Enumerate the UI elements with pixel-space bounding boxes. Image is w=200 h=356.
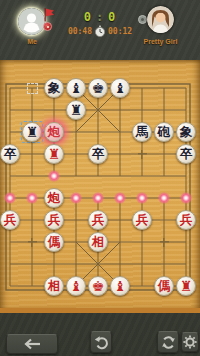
piece-glyph: ♚	[89, 79, 107, 97]
piece-glyph: ♜	[23, 123, 41, 141]
girl-portrait	[147, 6, 174, 33]
piece-glyph: 炮	[45, 189, 63, 207]
piece-glyph: 象	[45, 79, 63, 97]
back-button[interactable]	[6, 334, 58, 354]
player-opponent-avatar[interactable]	[147, 6, 174, 33]
piece-red-soldier[interactable]: 兵	[176, 210, 196, 230]
rotate-icon	[161, 335, 176, 350]
piece-glyph: ♚	[89, 277, 107, 295]
piece-glyph: 傌	[155, 277, 173, 295]
match-score: 0:0	[60, 10, 140, 24]
player-me-name: Me	[2, 38, 62, 45]
piece-red-advisor[interactable]: ♝	[66, 276, 86, 296]
piece-glyph: 兵	[89, 211, 107, 229]
piece-glyph: ♜	[45, 145, 63, 163]
app-screen: Me 0:0 00:48 00:12 Pretty Girl	[0, 0, 200, 356]
piece-glyph: ♝	[67, 277, 85, 295]
arrow-left-icon	[21, 338, 43, 350]
piece-glyph: ♜	[177, 277, 195, 295]
piece-glyph: 馬	[133, 123, 151, 141]
piece-glyph: 兵	[45, 211, 63, 229]
piece-glyph: 砲	[155, 123, 173, 141]
timer-left: 00:48	[68, 27, 92, 36]
piece-black-elephant[interactable]: 象	[44, 78, 64, 98]
piece-red-elephant[interactable]: 相	[44, 276, 64, 296]
piece-red-soldier[interactable]: 兵	[44, 210, 64, 230]
player-me-avatar[interactable]	[18, 8, 45, 35]
piece-glyph: ♝	[111, 277, 129, 295]
point-marker-icon	[160, 238, 169, 247]
xiangqi-board[interactable]	[0, 60, 200, 313]
piece-red-advisor[interactable]: ♝	[110, 276, 130, 296]
undo-icon	[94, 335, 109, 350]
piece-glyph: ♝	[67, 79, 85, 97]
piece-red-horse[interactable]: 傌	[154, 276, 174, 296]
piece-glyph: 相	[89, 233, 107, 251]
legal-move-dot[interactable]	[114, 192, 126, 204]
piece-black-elephant[interactable]: 象	[176, 122, 196, 142]
piece-glyph: 兵	[177, 211, 195, 229]
gear-icon	[183, 335, 197, 349]
piece-glyph: 兵	[1, 211, 19, 229]
piece-glyph: 卒	[89, 145, 107, 163]
legal-move-dot[interactable]	[180, 192, 192, 204]
piece-black-cannon[interactable]: 砲	[154, 122, 174, 142]
piece-glyph: ♜	[67, 101, 85, 119]
piece-red-horse[interactable]: 傌	[44, 232, 64, 252]
legal-move-dot[interactable]	[92, 192, 104, 204]
piece-glyph: 傌	[45, 233, 63, 251]
score-right: 0	[108, 10, 116, 24]
timers: 00:48 00:12	[50, 25, 150, 37]
piece-red-king[interactable]: ♚	[88, 276, 108, 296]
piece-red-soldier[interactable]: 兵	[88, 210, 108, 230]
piece-glyph: 相	[45, 277, 63, 295]
piece-black-soldier[interactable]: 卒	[88, 144, 108, 164]
player-opponent-name: Pretty Girl	[128, 38, 193, 45]
piece-red-chariot[interactable]: ♜	[44, 144, 64, 164]
score-separator: :	[92, 10, 108, 24]
piece-red-soldier[interactable]: 兵	[0, 210, 20, 230]
piece-black-horse[interactable]: 馬	[132, 122, 152, 142]
timer-right: 00:12	[108, 27, 132, 36]
undo-button[interactable]	[90, 331, 112, 353]
red-flag-icon	[43, 7, 55, 23]
piece-glyph: 卒	[177, 145, 195, 163]
piece-glyph: ♝	[111, 79, 129, 97]
person-silhouette-icon	[18, 8, 45, 35]
piece-black-soldier[interactable]: 卒	[0, 144, 20, 164]
piece-red-elephant[interactable]: 相	[88, 232, 108, 252]
piece-glyph: 兵	[133, 211, 151, 229]
piece-black-advisor[interactable]: ♝	[110, 78, 130, 98]
legal-move-dot[interactable]	[158, 192, 170, 204]
last-move-origin-marker	[27, 83, 38, 94]
legal-move-dot[interactable]	[4, 192, 16, 204]
piece-red-chariot[interactable]: ♜	[176, 276, 196, 296]
piece-glyph: 卒	[1, 145, 19, 163]
point-marker-icon	[28, 238, 37, 247]
piece-black-advisor[interactable]: ♝	[66, 78, 86, 98]
piece-red-cannon[interactable]: 炮	[44, 122, 64, 142]
gray-medal-icon	[138, 15, 147, 24]
piece-red-cannon[interactable]: 炮	[44, 188, 64, 208]
piece-glyph: 象	[177, 123, 195, 141]
legal-move-dot[interactable]	[26, 192, 38, 204]
piece-black-king[interactable]: ♚	[88, 78, 108, 98]
rotate-button[interactable]	[157, 331, 179, 353]
settings-button[interactable]	[181, 332, 199, 352]
piece-glyph: 炮	[45, 123, 63, 141]
legal-move-dot[interactable]	[136, 192, 148, 204]
score-left: 0	[84, 10, 92, 24]
clock-icon	[94, 25, 106, 37]
legal-move-dot[interactable]	[48, 170, 60, 182]
piece-red-soldier[interactable]: 兵	[132, 210, 152, 230]
piece-black-chariot[interactable]: ♜	[22, 122, 42, 142]
piece-black-soldier[interactable]: 卒	[176, 144, 196, 164]
point-marker-icon	[138, 150, 147, 159]
piece-black-chariot[interactable]: ♜	[66, 100, 86, 120]
legal-move-dot[interactable]	[70, 192, 82, 204]
